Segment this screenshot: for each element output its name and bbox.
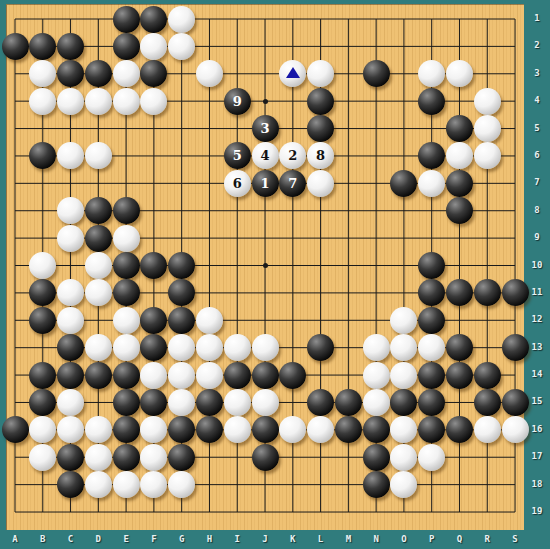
stone-black-D14 bbox=[85, 362, 112, 389]
stone-white-D13 bbox=[85, 334, 112, 361]
row-label-6: 6 bbox=[527, 150, 547, 160]
stone-white-J6: 4 bbox=[252, 142, 279, 169]
stone-white-D17 bbox=[85, 444, 112, 471]
stone-black-I4: 9 bbox=[224, 88, 251, 115]
stone-black-B12 bbox=[29, 307, 56, 334]
stone-black-D3 bbox=[85, 60, 112, 87]
stone-black-G12 bbox=[168, 307, 195, 334]
stone-white-J15 bbox=[252, 389, 279, 416]
column-label-B: B bbox=[35, 534, 51, 544]
stone-white-F4 bbox=[140, 88, 167, 115]
move-number-label: 4 bbox=[260, 142, 269, 169]
stone-white-E12 bbox=[113, 307, 140, 334]
column-label-A: A bbox=[7, 534, 23, 544]
column-label-O: O bbox=[396, 534, 412, 544]
stone-black-K7: 7 bbox=[279, 170, 306, 197]
move-number-label: 2 bbox=[288, 142, 297, 169]
stone-white-N13 bbox=[363, 334, 390, 361]
row-label-17: 17 bbox=[527, 451, 547, 461]
move-number-label: 7 bbox=[288, 170, 297, 197]
stone-black-L5 bbox=[307, 115, 334, 142]
stone-white-C15 bbox=[57, 389, 84, 416]
stone-black-Q14 bbox=[446, 362, 473, 389]
stone-black-L4 bbox=[307, 88, 334, 115]
stone-white-N15 bbox=[363, 389, 390, 416]
row-label-8: 8 bbox=[527, 205, 547, 215]
stone-black-J7: 1 bbox=[252, 170, 279, 197]
stone-black-P10 bbox=[418, 252, 445, 279]
stone-black-E14 bbox=[113, 362, 140, 389]
stone-black-N17 bbox=[363, 444, 390, 471]
stone-white-E4 bbox=[113, 88, 140, 115]
stone-white-O12 bbox=[390, 307, 417, 334]
move-number-label: 9 bbox=[233, 88, 242, 115]
row-label-15: 15 bbox=[527, 396, 547, 406]
row-label-4: 4 bbox=[527, 95, 547, 105]
stone-black-S11 bbox=[502, 279, 529, 306]
stone-black-E10 bbox=[113, 252, 140, 279]
column-label-Q: Q bbox=[451, 534, 467, 544]
column-label-N: N bbox=[368, 534, 384, 544]
stone-white-P17 bbox=[418, 444, 445, 471]
stone-black-E8 bbox=[113, 197, 140, 224]
row-label-2: 2 bbox=[527, 40, 547, 50]
stone-black-F1 bbox=[140, 6, 167, 33]
stone-white-E13 bbox=[113, 334, 140, 361]
star-point-J10 bbox=[263, 263, 268, 268]
row-label-5: 5 bbox=[527, 123, 547, 133]
stone-white-B17 bbox=[29, 444, 56, 471]
row-label-7: 7 bbox=[527, 177, 547, 187]
stone-white-R16 bbox=[474, 416, 501, 443]
row-label-13: 13 bbox=[527, 342, 547, 352]
stone-white-N14 bbox=[363, 362, 390, 389]
stone-black-G17 bbox=[168, 444, 195, 471]
column-label-R: R bbox=[479, 534, 495, 544]
column-label-M: M bbox=[340, 534, 356, 544]
stone-black-P14 bbox=[418, 362, 445, 389]
stone-black-S13 bbox=[502, 334, 529, 361]
stone-black-L15 bbox=[307, 389, 334, 416]
column-label-F: F bbox=[146, 534, 162, 544]
column-label-G: G bbox=[174, 534, 190, 544]
stone-black-C17 bbox=[57, 444, 84, 471]
stone-black-D8 bbox=[85, 197, 112, 224]
move-number-label: 3 bbox=[260, 115, 269, 142]
column-label-K: K bbox=[285, 534, 301, 544]
stone-white-H12 bbox=[196, 307, 223, 334]
stone-white-L7 bbox=[307, 170, 334, 197]
stone-black-H15 bbox=[196, 389, 223, 416]
stone-black-I6: 5 bbox=[224, 142, 251, 169]
row-label-9: 9 bbox=[527, 232, 547, 242]
stone-black-B14 bbox=[29, 362, 56, 389]
stone-black-R11 bbox=[474, 279, 501, 306]
star-point-J4 bbox=[263, 99, 268, 104]
stone-white-D4 bbox=[85, 88, 112, 115]
column-label-J: J bbox=[257, 534, 273, 544]
column-label-H: H bbox=[201, 534, 217, 544]
stone-black-R14 bbox=[474, 362, 501, 389]
stone-white-G2 bbox=[168, 33, 195, 60]
stone-black-C18 bbox=[57, 471, 84, 498]
stone-white-I15 bbox=[224, 389, 251, 416]
stone-black-E16 bbox=[113, 416, 140, 443]
column-label-S: S bbox=[507, 534, 523, 544]
stone-white-G1 bbox=[168, 6, 195, 33]
stone-white-G15 bbox=[168, 389, 195, 416]
stone-black-Q5 bbox=[446, 115, 473, 142]
row-label-11: 11 bbox=[527, 287, 547, 297]
stone-black-J14 bbox=[252, 362, 279, 389]
stone-white-R6 bbox=[474, 142, 501, 169]
stone-white-E9 bbox=[113, 225, 140, 252]
stone-black-Q13 bbox=[446, 334, 473, 361]
stone-black-D9 bbox=[85, 225, 112, 252]
stone-black-A16 bbox=[2, 416, 29, 443]
stone-white-B4 bbox=[29, 88, 56, 115]
stone-white-G14 bbox=[168, 362, 195, 389]
stone-white-I13 bbox=[224, 334, 251, 361]
stone-black-P12 bbox=[418, 307, 445, 334]
go-app-window: 935428617 ABCDEFGHIJKLMNOPQRS12345678910… bbox=[0, 0, 550, 549]
stone-white-P7 bbox=[418, 170, 445, 197]
column-label-L: L bbox=[313, 534, 329, 544]
stone-black-E11 bbox=[113, 279, 140, 306]
stone-black-E2 bbox=[113, 33, 140, 60]
stone-black-Q7 bbox=[446, 170, 473, 197]
stone-white-D18 bbox=[85, 471, 112, 498]
stone-black-N16 bbox=[363, 416, 390, 443]
row-label-18: 18 bbox=[527, 479, 547, 489]
stone-black-B2 bbox=[29, 33, 56, 60]
stone-black-Q8 bbox=[446, 197, 473, 224]
stone-black-G10 bbox=[168, 252, 195, 279]
stone-black-K14 bbox=[279, 362, 306, 389]
stone-black-I14 bbox=[224, 362, 251, 389]
column-label-C: C bbox=[63, 534, 79, 544]
stone-white-O17 bbox=[390, 444, 417, 471]
stone-white-C9 bbox=[57, 225, 84, 252]
row-label-10: 10 bbox=[527, 260, 547, 270]
move-number-label: 8 bbox=[316, 142, 325, 169]
stone-white-R4 bbox=[474, 88, 501, 115]
stone-white-I16 bbox=[224, 416, 251, 443]
stone-black-R15 bbox=[474, 389, 501, 416]
stone-black-P15 bbox=[418, 389, 445, 416]
stone-black-M15 bbox=[335, 389, 362, 416]
row-label-1: 1 bbox=[527, 13, 547, 23]
stone-black-J5: 3 bbox=[252, 115, 279, 142]
stone-white-D16 bbox=[85, 416, 112, 443]
stone-white-E18 bbox=[113, 471, 140, 498]
column-label-P: P bbox=[424, 534, 440, 544]
stone-white-F17 bbox=[140, 444, 167, 471]
stone-black-E17 bbox=[113, 444, 140, 471]
stone-white-R5 bbox=[474, 115, 501, 142]
stone-black-E1 bbox=[113, 6, 140, 33]
stone-black-N18 bbox=[363, 471, 390, 498]
stone-black-J16 bbox=[252, 416, 279, 443]
row-label-3: 3 bbox=[527, 68, 547, 78]
stone-white-C4 bbox=[57, 88, 84, 115]
stone-black-N3 bbox=[363, 60, 390, 87]
stone-black-A2 bbox=[2, 33, 29, 60]
stone-black-M16 bbox=[335, 416, 362, 443]
column-label-I: I bbox=[229, 534, 245, 544]
stone-white-C12 bbox=[57, 307, 84, 334]
stone-black-F12 bbox=[140, 307, 167, 334]
row-label-16: 16 bbox=[527, 424, 547, 434]
stone-white-O14 bbox=[390, 362, 417, 389]
stone-black-C2 bbox=[57, 33, 84, 60]
stone-white-J13 bbox=[252, 334, 279, 361]
column-label-E: E bbox=[118, 534, 134, 544]
stone-black-P4 bbox=[418, 88, 445, 115]
move-number-label: 5 bbox=[233, 142, 242, 169]
stone-white-D10 bbox=[85, 252, 112, 279]
column-label-D: D bbox=[90, 534, 106, 544]
stone-white-H14 bbox=[196, 362, 223, 389]
stone-black-C14 bbox=[57, 362, 84, 389]
stone-white-E3 bbox=[113, 60, 140, 87]
stone-black-S15 bbox=[502, 389, 529, 416]
row-label-19: 19 bbox=[527, 506, 547, 516]
row-label-14: 14 bbox=[527, 369, 547, 379]
triangle-marker-icon bbox=[286, 67, 300, 78]
move-number-label: 1 bbox=[260, 170, 269, 197]
stone-white-H13 bbox=[196, 334, 223, 361]
stone-white-S16 bbox=[502, 416, 529, 443]
stone-black-J17 bbox=[252, 444, 279, 471]
stone-black-E15 bbox=[113, 389, 140, 416]
stone-white-F14 bbox=[140, 362, 167, 389]
stone-white-I7: 6 bbox=[224, 170, 251, 197]
move-number-label: 6 bbox=[233, 170, 242, 197]
row-label-12: 12 bbox=[527, 314, 547, 324]
